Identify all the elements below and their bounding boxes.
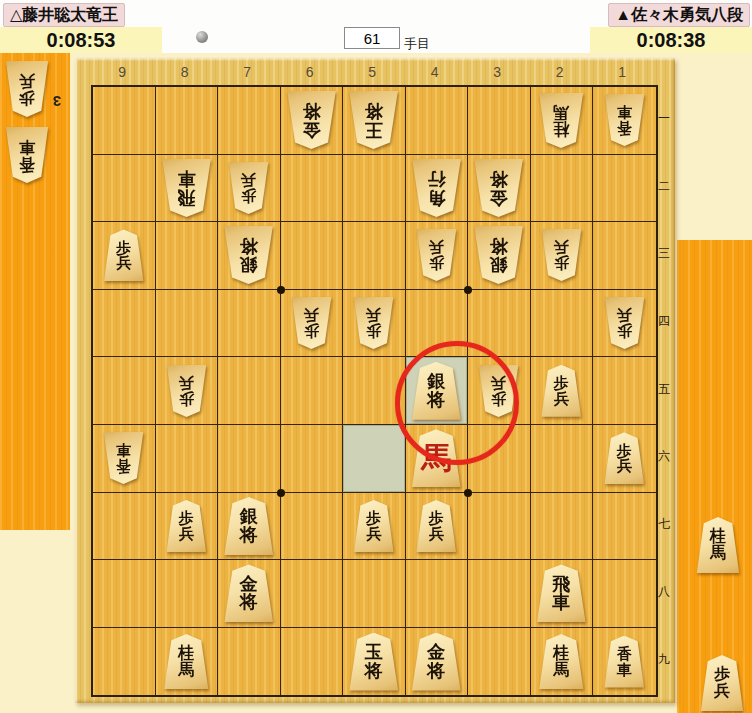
board-square-1-1[interactable]: 香車 bbox=[593, 87, 656, 155]
board-square-7-4[interactable] bbox=[218, 290, 281, 358]
board-square-6-7[interactable] bbox=[281, 493, 344, 561]
board-square-3-2[interactable]: 金将 bbox=[468, 155, 531, 223]
file-label-9: 9 bbox=[91, 64, 154, 84]
gote-clock: 0:08:53 bbox=[0, 27, 162, 53]
turn-indicator-icon bbox=[196, 31, 208, 43]
board-square-7-9[interactable] bbox=[218, 628, 281, 696]
board-square-5-8[interactable] bbox=[343, 560, 406, 628]
board-square-9-1[interactable] bbox=[93, 87, 156, 155]
piece-pawn-gote[interactable]: 歩兵 bbox=[227, 162, 270, 214]
board-square-4-2[interactable]: 角行 bbox=[406, 155, 469, 223]
board-square-1-9[interactable]: 香車 bbox=[593, 628, 656, 696]
board-square-6-3[interactable] bbox=[281, 222, 344, 290]
board-square-6-8[interactable] bbox=[281, 560, 344, 628]
piece-king-sente[interactable]: 玉将 bbox=[347, 633, 400, 691]
piece-lance-gote[interactable]: 香車 bbox=[603, 94, 646, 146]
board-square-3-1[interactable] bbox=[468, 87, 531, 155]
board-square-5-9[interactable]: 玉将 bbox=[343, 628, 406, 696]
board-square-9-5[interactable] bbox=[93, 357, 156, 425]
piece-silver-general-gote[interactable]: 銀将 bbox=[472, 226, 525, 284]
board-square-1-5[interactable] bbox=[593, 357, 656, 425]
board-square-8-2[interactable]: 飛車 bbox=[156, 155, 219, 223]
board-square-8-5[interactable]: 歩兵 bbox=[156, 357, 219, 425]
board-square-3-7[interactable] bbox=[468, 493, 531, 561]
board-square-1-6[interactable]: 歩兵 bbox=[593, 425, 656, 493]
piece-rook-sente[interactable]: 飛車 bbox=[535, 564, 588, 622]
sente-captured-tray: 桂馬歩兵 bbox=[677, 240, 752, 713]
board-grid: 金将王将桂馬香車飛車歩兵角行金将歩兵銀将歩兵銀将歩兵歩兵歩兵歩兵歩兵銀将歩兵歩兵… bbox=[91, 85, 658, 697]
board-square-2-9[interactable]: 桂馬 bbox=[531, 628, 594, 696]
board-square-5-3[interactable] bbox=[343, 222, 406, 290]
board-square-7-2[interactable]: 歩兵 bbox=[218, 155, 281, 223]
captured-piece-lance-gote[interactable]: 香車 bbox=[4, 127, 50, 183]
board-square-4-9[interactable]: 金将 bbox=[406, 628, 469, 696]
piece-lance-gote[interactable]: 香車 bbox=[102, 432, 145, 484]
piece-knight-sente[interactable]: 桂馬 bbox=[537, 634, 585, 689]
piece-gold-general-gote[interactable]: 金将 bbox=[285, 91, 338, 149]
board-square-1-4[interactable]: 歩兵 bbox=[593, 290, 656, 358]
piece-pawn-sente[interactable]: 歩兵 bbox=[352, 500, 395, 552]
move-number-input[interactable] bbox=[344, 27, 400, 49]
piece-rook-gote[interactable]: 飛車 bbox=[160, 159, 213, 217]
board-square-8-4[interactable] bbox=[156, 290, 219, 358]
board-square-1-3[interactable] bbox=[593, 222, 656, 290]
board-square-4-7[interactable]: 歩兵 bbox=[406, 493, 469, 561]
piece-king-gote[interactable]: 王将 bbox=[347, 91, 400, 149]
board-square-2-5[interactable]: 歩兵 bbox=[531, 357, 594, 425]
board-square-6-5[interactable] bbox=[281, 357, 344, 425]
board-square-7-8[interactable]: 金将 bbox=[218, 560, 281, 628]
board-square-9-6[interactable]: 香車 bbox=[93, 425, 156, 493]
board-square-2-8[interactable]: 飛車 bbox=[531, 560, 594, 628]
piece-pawn-gote[interactable]: 歩兵 bbox=[603, 297, 646, 349]
hoshi-dot bbox=[277, 286, 285, 294]
piece-silver-general-gote[interactable]: 銀将 bbox=[222, 226, 275, 284]
gote-captured-tray: 歩兵香車3 bbox=[0, 53, 70, 530]
file-label-1: 1 bbox=[591, 64, 654, 84]
board-square-7-5[interactable] bbox=[218, 357, 281, 425]
board-square-8-7[interactable]: 歩兵 bbox=[156, 493, 219, 561]
board-square-3-3[interactable]: 銀将 bbox=[468, 222, 531, 290]
board-square-9-8[interactable] bbox=[93, 560, 156, 628]
board-square-2-3[interactable]: 歩兵 bbox=[531, 222, 594, 290]
piece-gold-general-sente[interactable]: 金将 bbox=[222, 564, 275, 622]
piece-knight-gote[interactable]: 桂馬 bbox=[537, 93, 585, 148]
board-square-9-3[interactable]: 歩兵 bbox=[93, 222, 156, 290]
board-square-9-9[interactable] bbox=[93, 628, 156, 696]
piece-gold-general-sente[interactable]: 金将 bbox=[410, 633, 463, 691]
file-label-4: 4 bbox=[404, 64, 467, 84]
shogi-board: 987654321 一二三四五六七八九 金将王将桂馬香車飛車歩兵角行金将歩兵銀将… bbox=[75, 58, 675, 703]
piece-pawn-sente[interactable]: 歩兵 bbox=[415, 500, 458, 552]
board-square-1-2[interactable] bbox=[593, 155, 656, 223]
piece-silver-general-sente[interactable]: 銀将 bbox=[222, 497, 275, 555]
piece-pawn-gote[interactable]: 歩兵 bbox=[352, 297, 395, 349]
piece-bishop-gote[interactable]: 角行 bbox=[410, 159, 463, 217]
board-square-8-3[interactable] bbox=[156, 222, 219, 290]
board-square-4-1[interactable] bbox=[406, 87, 469, 155]
board-square-2-6[interactable] bbox=[531, 425, 594, 493]
file-label-2: 2 bbox=[529, 64, 592, 84]
board-square-8-8[interactable] bbox=[156, 560, 219, 628]
board-square-8-6[interactable] bbox=[156, 425, 219, 493]
board-square-2-1[interactable]: 桂馬 bbox=[531, 87, 594, 155]
file-label-8: 8 bbox=[154, 64, 217, 84]
piece-pawn-gote[interactable]: 歩兵 bbox=[540, 229, 583, 281]
board-square-8-1[interactable] bbox=[156, 87, 219, 155]
file-label-7: 7 bbox=[216, 64, 279, 84]
last-move-circle-annotation bbox=[395, 341, 519, 465]
board-square-9-4[interactable] bbox=[93, 290, 156, 358]
board-square-6-2[interactable] bbox=[281, 155, 344, 223]
captured-piece-pawn-sente[interactable]: 歩兵 bbox=[699, 655, 745, 711]
board-square-9-2[interactable] bbox=[93, 155, 156, 223]
captured-count-pawn: 3 bbox=[53, 93, 61, 110]
board-square-6-4[interactable]: 歩兵 bbox=[281, 290, 344, 358]
move-unit-label: 手目 bbox=[404, 35, 430, 53]
board-square-8-9[interactable]: 桂馬 bbox=[156, 628, 219, 696]
board-square-7-3[interactable]: 銀将 bbox=[218, 222, 281, 290]
board-square-2-2[interactable] bbox=[531, 155, 594, 223]
board-square-6-1[interactable]: 金将 bbox=[281, 87, 344, 155]
piece-gold-general-gote[interactable]: 金将 bbox=[472, 159, 525, 217]
board-square-2-4[interactable] bbox=[531, 290, 594, 358]
hoshi-dot bbox=[277, 489, 285, 497]
board-square-7-6[interactable] bbox=[218, 425, 281, 493]
file-label-6: 6 bbox=[279, 64, 342, 84]
piece-pawn-sente[interactable]: 歩兵 bbox=[603, 432, 646, 484]
hoshi-dot bbox=[464, 489, 472, 497]
board-square-4-3[interactable]: 歩兵 bbox=[406, 222, 469, 290]
board-square-2-7[interactable] bbox=[531, 493, 594, 561]
captured-piece-knight-sente[interactable]: 桂馬 bbox=[695, 517, 741, 573]
board-square-7-7[interactable]: 銀将 bbox=[218, 493, 281, 561]
hoshi-dot bbox=[464, 286, 472, 294]
board-square-3-9[interactable] bbox=[468, 628, 531, 696]
board-square-5-6[interactable] bbox=[343, 425, 406, 493]
file-label-5: 5 bbox=[341, 64, 404, 84]
file-labels: 987654321 bbox=[91, 64, 654, 84]
board-square-7-1[interactable] bbox=[218, 87, 281, 155]
gote-player-name: △藤井聡太竜王 bbox=[3, 3, 125, 27]
piece-pawn-sente[interactable]: 歩兵 bbox=[165, 500, 208, 552]
sente-clock: 0:08:38 bbox=[590, 27, 752, 53]
board-square-5-4[interactable]: 歩兵 bbox=[343, 290, 406, 358]
board-square-3-8[interactable] bbox=[468, 560, 531, 628]
piece-knight-sente[interactable]: 桂馬 bbox=[162, 634, 210, 689]
file-label-3: 3 bbox=[466, 64, 529, 84]
piece-lance-sente[interactable]: 香車 bbox=[603, 636, 646, 688]
board-square-1-7[interactable] bbox=[593, 493, 656, 561]
piece-pawn-sente[interactable]: 歩兵 bbox=[540, 365, 583, 417]
board-square-5-7[interactable]: 歩兵 bbox=[343, 493, 406, 561]
board-square-5-1[interactable]: 王将 bbox=[343, 87, 406, 155]
game-header: △藤井聡太竜王 ▲佐々木勇気八段 0:08:53 0:08:38 手目 bbox=[0, 0, 752, 53]
board-square-4-8[interactable] bbox=[406, 560, 469, 628]
captured-piece-pawn-gote[interactable]: 歩兵 bbox=[4, 61, 50, 117]
piece-pawn-gote[interactable]: 歩兵 bbox=[165, 365, 208, 417]
piece-pawn-gote[interactable]: 歩兵 bbox=[415, 229, 458, 281]
board-square-5-2[interactable] bbox=[343, 155, 406, 223]
piece-pawn-gote[interactable]: 歩兵 bbox=[290, 297, 333, 349]
piece-pawn-sente[interactable]: 歩兵 bbox=[102, 229, 145, 281]
sente-player-name: ▲佐々木勇気八段 bbox=[608, 3, 750, 27]
board-square-1-8[interactable] bbox=[593, 560, 656, 628]
board-square-6-6[interactable] bbox=[281, 425, 344, 493]
board-square-6-9[interactable] bbox=[281, 628, 344, 696]
board-square-9-7[interactable] bbox=[93, 493, 156, 561]
